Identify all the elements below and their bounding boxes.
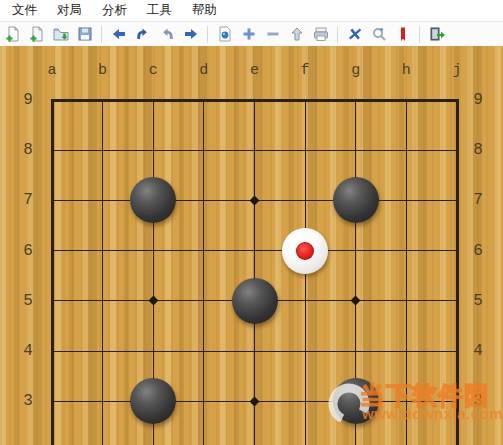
zoom-in-icon[interactable]: [239, 25, 258, 44]
exit-icon[interactable]: [427, 25, 446, 44]
star-point-g5: [351, 296, 361, 306]
row-label-left-9: 9: [18, 90, 38, 110]
bookmark-icon[interactable]: [393, 25, 412, 44]
menu-file[interactable]: 文件: [2, 0, 47, 22]
delete-move-icon[interactable]: [345, 25, 364, 44]
menu-bar: 文件 对局 分析 工具 帮助: [0, 0, 503, 22]
row-label-right-6: 6: [468, 241, 488, 261]
open-file-icon[interactable]: [51, 25, 70, 44]
col-label-e: e: [246, 62, 264, 80]
app-window: 文件 对局 分析 工具 帮助 当下软件园 www.down: [0, 0, 503, 445]
toolbar-separator: [337, 26, 338, 43]
row-label-right-5: 5: [468, 291, 488, 311]
menu-help[interactable]: 帮助: [182, 0, 227, 22]
star-point-e3: [250, 396, 260, 406]
stone-black-c7[interactable]: [130, 177, 176, 223]
stone-black-g7[interactable]: [333, 177, 379, 223]
toolbar-separator: [101, 26, 102, 43]
col-label-d: d: [195, 62, 213, 80]
row-label-left-5: 5: [18, 291, 38, 311]
up-level-icon[interactable]: [287, 25, 306, 44]
grid-line-col-e: [254, 99, 255, 445]
first-move-icon[interactable]: [109, 25, 128, 44]
new-game-icon[interactable]: [3, 25, 22, 44]
menu-tools[interactable]: 工具: [137, 0, 182, 22]
redo-icon[interactable]: [157, 25, 176, 44]
save-icon[interactable]: [75, 25, 94, 44]
col-label-g: g: [347, 62, 365, 80]
col-label-b: b: [94, 62, 112, 80]
toolbar-separator: [419, 26, 420, 43]
col-label-j: j: [448, 62, 466, 80]
grid-line-col-b: [102, 99, 103, 445]
go-board[interactable]: 当下软件园 www.downxia.com abcdefghj998877665…: [0, 46, 503, 445]
row-label-left-8: 8: [18, 140, 38, 160]
row-label-left-3: 3: [18, 391, 38, 411]
row-label-right-7: 7: [468, 190, 488, 210]
snapshot-icon[interactable]: [215, 25, 234, 44]
row-label-right-4: 4: [468, 341, 488, 361]
row-label-left-4: 4: [18, 341, 38, 361]
undo-icon[interactable]: [133, 25, 152, 44]
watermark-url: www.downxia.com: [362, 405, 503, 422]
col-label-a: a: [43, 62, 61, 80]
last-move-icon[interactable]: [181, 25, 200, 44]
row-label-left-6: 6: [18, 241, 38, 261]
row-label-right-8: 8: [468, 140, 488, 160]
star-point-e7: [250, 195, 260, 205]
col-label-h: h: [397, 62, 415, 80]
toolbar-separator: [207, 26, 208, 43]
col-label-c: c: [144, 62, 162, 80]
print-icon[interactable]: [311, 25, 330, 44]
menu-analysis[interactable]: 分析: [92, 0, 137, 22]
menu-game[interactable]: 对局: [47, 0, 92, 22]
zoom-out-icon[interactable]: [263, 25, 282, 44]
last-move-marker: [296, 242, 314, 260]
grid-line-col-a: [51, 99, 54, 445]
stone-black-c3[interactable]: [130, 378, 176, 424]
grid-line-col-d: [203, 99, 204, 445]
toolbar: [0, 22, 503, 46]
stone-black-e5[interactable]: [232, 278, 278, 324]
star-point-c5: [148, 296, 158, 306]
row-label-right-9: 9: [468, 90, 488, 110]
new-window-icon[interactable]: [27, 25, 46, 44]
search-icon[interactable]: [369, 25, 388, 44]
col-label-f: f: [296, 62, 314, 80]
row-label-left-7: 7: [18, 190, 38, 210]
stone-white-f6[interactable]: [282, 228, 328, 274]
